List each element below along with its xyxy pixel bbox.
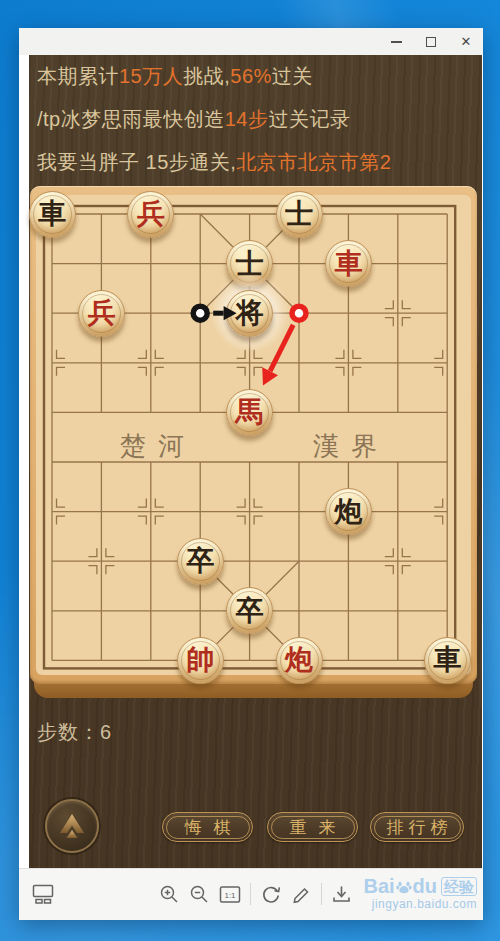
piece-black-炮[interactable]: 炮 <box>325 488 372 535</box>
toolbar-divider <box>321 883 322 905</box>
piece-black-車[interactable]: 車 <box>424 637 471 684</box>
toolbar-divider <box>250 883 251 905</box>
piece-black-将[interactable]: 将 <box>226 290 273 337</box>
piece-red-兵[interactable]: 兵 <box>78 290 125 337</box>
river-label-chu: 楚河 <box>102 429 202 464</box>
maximize-button[interactable] <box>424 35 438 49</box>
game-content: 本期累计15万人挑战,56%过关/tp冰梦思雨最快创造14步过关记录我要当胖子 … <box>29 55 482 868</box>
actual-size-icon[interactable]: 1:1 <box>219 885 241 904</box>
close-button[interactable]: ✕ <box>459 35 473 49</box>
rotate-icon[interactable] <box>260 884 282 905</box>
app-window: ✕ 本期累计15万人挑战,56%过关/tp冰梦思雨最快创造14步过关记录我要当胖… <box>19 28 483 920</box>
edit-icon[interactable] <box>291 884 312 905</box>
restart-button[interactable]: 重来 <box>267 812 358 842</box>
piece-red-車[interactable]: 車 <box>325 240 372 287</box>
undo-button[interactable]: 悔棋 <box>162 812 253 842</box>
watermark-url: jingyan.baidu.com <box>363 898 477 912</box>
step-counter-label: 步数： <box>37 721 100 743</box>
piece-black-車[interactable]: 車 <box>29 191 76 238</box>
boost-button[interactable] <box>45 799 99 853</box>
piece-black-卒[interactable]: 卒 <box>177 538 224 585</box>
up-chevron-icon <box>55 809 89 843</box>
download-icon[interactable] <box>331 884 352 905</box>
piece-red-帥[interactable]: 帥 <box>177 637 224 684</box>
banner-line: 本期累计15万人挑战,56%过关 <box>37 55 482 98</box>
piece-red-兵[interactable]: 兵 <box>127 191 174 238</box>
pieces-layer: 車兵士士車兵将馬炮卒卒帥炮車 <box>30 186 477 684</box>
minimize-button[interactable] <box>389 35 403 49</box>
zoom-in-icon[interactable] <box>159 884 180 905</box>
baidu-watermark: Bai du 经验 jingyan.baidu.com <box>363 875 477 912</box>
leaderboard-button[interactable]: 排行榜 <box>370 812 464 842</box>
step-counter-value: 6 <box>100 721 112 743</box>
step-counter: 步数：6 <box>37 719 112 746</box>
banner-line: /tp冰梦思雨最快创造14步过关记录 <box>37 98 482 141</box>
piece-red-炮[interactable]: 炮 <box>276 637 323 684</box>
piece-red-馬[interactable]: 馬 <box>226 389 273 436</box>
viewer-toolbar: 1:1 <box>19 868 483 920</box>
watermark-brand: Bai <box>363 875 394 898</box>
piece-black-士[interactable]: 士 <box>276 191 323 238</box>
zoom-out-icon[interactable] <box>189 884 210 905</box>
maximize-icon <box>426 37 436 47</box>
challenge-banner: 本期累计15万人挑战,56%过关/tp冰梦思雨最快创造14步过关记录我要当胖子 … <box>29 55 482 186</box>
xiangqi-board[interactable]: 楚河 漢界 車兵士士車兵将馬炮卒卒帥炮車 <box>30 186 477 700</box>
minimize-icon <box>391 41 402 43</box>
piece-black-卒[interactable]: 卒 <box>226 587 273 634</box>
svg-text:1:1: 1:1 <box>224 891 236 900</box>
baidu-paw-icon <box>396 879 412 895</box>
river-label-han: 漢界 <box>295 429 395 464</box>
desktop-background: ✕ 本期累计15万人挑战,56%过关/tp冰梦思雨最快创造14步过关记录我要当胖… <box>0 0 500 941</box>
banner-line: 我要当胖子 15步通关,北京市北京市第2 <box>37 141 482 184</box>
watermark-badge: 经验 <box>441 877 477 896</box>
window-titlebar: ✕ <box>19 28 483 55</box>
display-icon[interactable] <box>32 884 54 904</box>
